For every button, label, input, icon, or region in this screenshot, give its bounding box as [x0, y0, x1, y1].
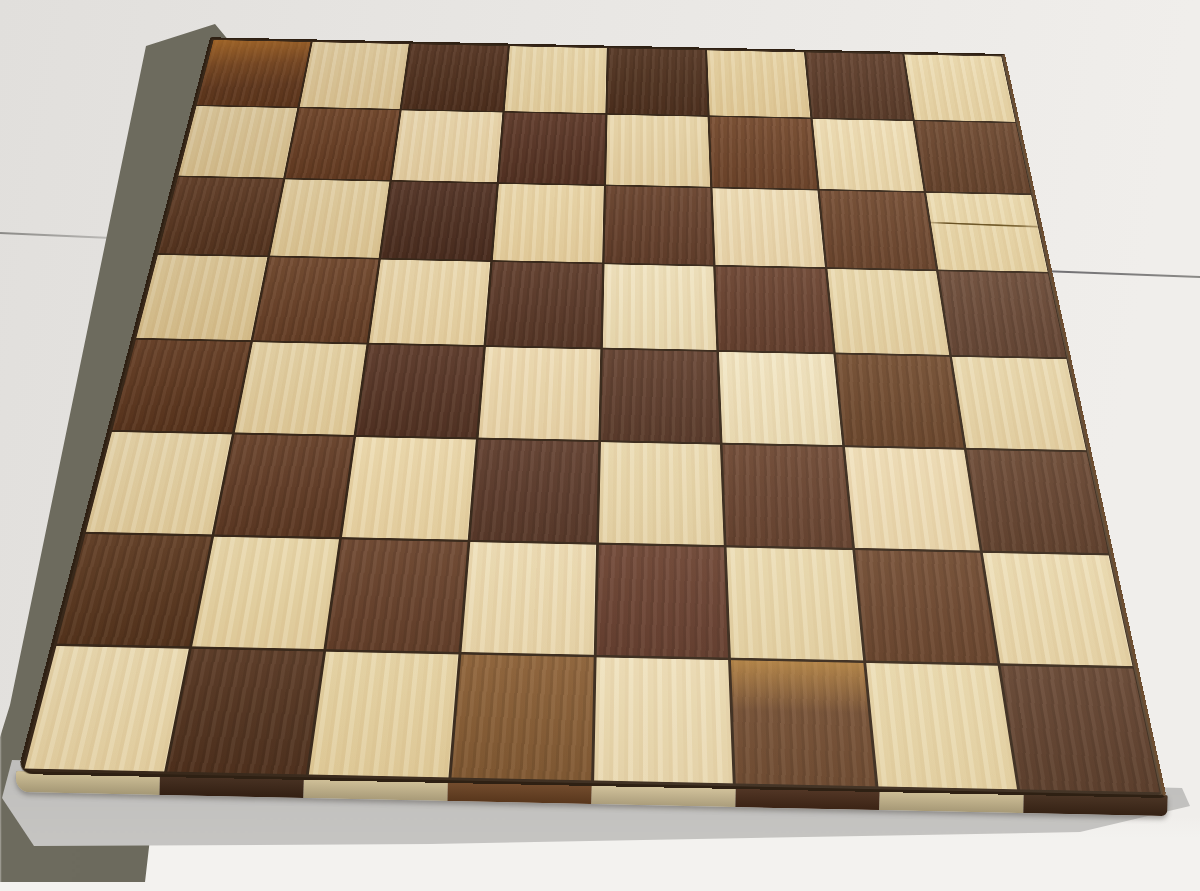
board-square[interactable]	[727, 547, 863, 660]
board-square[interactable]	[402, 44, 508, 111]
board-square[interactable]	[253, 257, 379, 342]
board-square[interactable]	[719, 352, 842, 446]
board-square[interactable]	[915, 121, 1031, 194]
chess-board	[17, 37, 1167, 798]
board-square[interactable]	[178, 106, 297, 178]
board-square[interactable]	[57, 534, 211, 647]
board-square[interactable]	[598, 442, 723, 545]
board-square[interactable]	[710, 117, 817, 189]
board-square[interactable]	[606, 115, 711, 187]
photo-scene	[0, 0, 1200, 891]
board-square[interactable]	[479, 347, 600, 440]
board-square[interactable]	[270, 180, 390, 258]
board-square[interactable]	[806, 52, 913, 119]
board-square[interactable]	[855, 550, 998, 664]
board-square[interactable]	[602, 264, 716, 350]
board-square[interactable]	[214, 435, 353, 537]
board-square[interactable]	[499, 112, 605, 184]
board-square[interactable]	[234, 342, 366, 435]
board-square[interactable]	[505, 46, 607, 113]
board-square[interactable]	[827, 269, 949, 355]
board-square[interactable]	[713, 188, 825, 267]
board-square[interactable]	[601, 349, 720, 443]
board-square[interactable]	[596, 545, 728, 658]
board-square[interactable]	[356, 344, 483, 437]
board-square[interactable]	[607, 48, 707, 115]
board-square[interactable]	[342, 437, 476, 539]
board-square[interactable]	[905, 54, 1016, 121]
board-square[interactable]	[493, 184, 604, 262]
board-square[interactable]	[866, 663, 1017, 789]
board-square[interactable]	[25, 646, 189, 771]
board-square[interactable]	[486, 262, 602, 347]
board-square[interactable]	[136, 255, 267, 340]
board-square[interactable]	[967, 450, 1108, 553]
board-square[interactable]	[192, 537, 340, 650]
board-square[interactable]	[369, 259, 490, 344]
board-square[interactable]	[594, 658, 733, 784]
board-square[interactable]	[845, 447, 980, 550]
board-square[interactable]	[716, 266, 833, 352]
board-grid	[17, 37, 1167, 798]
board-square[interactable]	[926, 193, 1047, 272]
board-square[interactable]	[939, 271, 1066, 357]
board-square[interactable]	[952, 356, 1086, 450]
board-square[interactable]	[285, 108, 399, 180]
board-square[interactable]	[604, 186, 713, 265]
board-square[interactable]	[167, 649, 324, 774]
board-square[interactable]	[820, 191, 937, 270]
table-seam-line	[1042, 270, 1200, 278]
board-square[interactable]	[983, 553, 1132, 667]
board-square[interactable]	[86, 432, 231, 534]
board-square[interactable]	[381, 182, 496, 260]
board-square[interactable]	[299, 42, 409, 109]
board-square[interactable]	[707, 50, 810, 117]
board-square[interactable]	[836, 354, 964, 448]
board-square[interactable]	[158, 177, 282, 255]
board-square[interactable]	[309, 652, 458, 777]
board-square[interactable]	[112, 339, 250, 432]
board-square[interactable]	[461, 542, 595, 655]
board-square[interactable]	[1001, 666, 1160, 792]
board-square[interactable]	[451, 655, 593, 781]
board-square[interactable]	[392, 110, 502, 182]
board-square[interactable]	[470, 440, 598, 543]
board-square[interactable]	[327, 539, 468, 652]
board-square[interactable]	[812, 119, 923, 192]
board-square[interactable]	[723, 445, 852, 548]
board-square[interactable]	[731, 660, 875, 786]
board-square[interactable]	[197, 40, 310, 107]
